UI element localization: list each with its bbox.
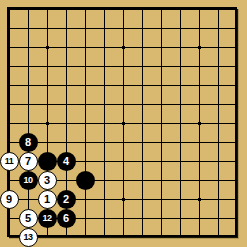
intersection[interactable] bbox=[228, 171, 247, 190]
intersection[interactable] bbox=[57, 76, 76, 95]
intersection[interactable] bbox=[209, 228, 228, 247]
stone-black[interactable] bbox=[38, 152, 57, 171]
intersection[interactable] bbox=[171, 95, 190, 114]
intersection[interactable] bbox=[133, 190, 152, 209]
intersection[interactable] bbox=[0, 19, 19, 38]
intersection[interactable] bbox=[38, 76, 57, 95]
intersection[interactable] bbox=[95, 171, 114, 190]
stone-number: 11 bbox=[5, 157, 14, 166]
stone-black[interactable]: 6 bbox=[57, 209, 76, 228]
intersection[interactable] bbox=[190, 57, 209, 76]
intersection[interactable] bbox=[228, 0, 247, 19]
intersection[interactable] bbox=[228, 228, 247, 247]
intersection[interactable] bbox=[171, 38, 190, 57]
intersection[interactable] bbox=[171, 76, 190, 95]
intersection[interactable] bbox=[152, 19, 171, 38]
intersection[interactable] bbox=[19, 190, 38, 209]
stone-number: 7 bbox=[25, 156, 31, 167]
intersection[interactable] bbox=[190, 95, 209, 114]
intersection[interactable] bbox=[95, 0, 114, 19]
intersection[interactable] bbox=[209, 19, 228, 38]
intersection[interactable] bbox=[209, 0, 228, 19]
intersection[interactable] bbox=[190, 228, 209, 247]
intersection[interactable] bbox=[171, 57, 190, 76]
intersection[interactable] bbox=[209, 152, 228, 171]
intersection[interactable] bbox=[209, 76, 228, 95]
intersection[interactable] bbox=[95, 209, 114, 228]
stone-number: 4 bbox=[63, 156, 69, 167]
intersection[interactable] bbox=[133, 228, 152, 247]
star-point bbox=[46, 46, 49, 49]
intersection[interactable] bbox=[19, 114, 38, 133]
intersection[interactable] bbox=[19, 95, 38, 114]
intersection[interactable] bbox=[171, 114, 190, 133]
intersection[interactable] bbox=[190, 209, 209, 228]
intersection[interactable] bbox=[190, 133, 209, 152]
intersection[interactable] bbox=[57, 228, 76, 247]
intersection[interactable] bbox=[171, 19, 190, 38]
intersection[interactable] bbox=[133, 0, 152, 19]
intersection[interactable] bbox=[133, 95, 152, 114]
intersection[interactable] bbox=[114, 19, 133, 38]
intersection[interactable] bbox=[95, 152, 114, 171]
intersection[interactable] bbox=[133, 19, 152, 38]
intersection[interactable] bbox=[38, 228, 57, 247]
intersection[interactable] bbox=[152, 0, 171, 19]
intersection[interactable] bbox=[76, 152, 95, 171]
intersection[interactable] bbox=[228, 152, 247, 171]
intersection[interactable] bbox=[0, 209, 19, 228]
intersection[interactable] bbox=[114, 0, 133, 19]
intersection[interactable] bbox=[133, 171, 152, 190]
intersection[interactable] bbox=[190, 152, 209, 171]
intersection[interactable] bbox=[76, 209, 95, 228]
star-point bbox=[122, 46, 125, 49]
intersection[interactable] bbox=[57, 95, 76, 114]
intersection[interactable] bbox=[209, 190, 228, 209]
intersection[interactable] bbox=[0, 228, 19, 247]
intersection[interactable] bbox=[228, 209, 247, 228]
stone-white[interactable]: 7 bbox=[19, 152, 38, 171]
intersection[interactable] bbox=[76, 76, 95, 95]
intersection[interactable] bbox=[228, 19, 247, 38]
intersection[interactable] bbox=[190, 0, 209, 19]
stone-number: 1 bbox=[44, 194, 50, 205]
stone-black[interactable]: 8 bbox=[19, 133, 38, 152]
intersection[interactable] bbox=[171, 228, 190, 247]
intersection[interactable] bbox=[76, 19, 95, 38]
intersection[interactable] bbox=[38, 95, 57, 114]
intersection[interactable] bbox=[152, 57, 171, 76]
intersection[interactable] bbox=[133, 57, 152, 76]
intersection[interactable] bbox=[152, 95, 171, 114]
intersection[interactable] bbox=[152, 209, 171, 228]
intersection[interactable] bbox=[171, 0, 190, 19]
intersection[interactable] bbox=[76, 0, 95, 19]
intersection[interactable] bbox=[114, 95, 133, 114]
intersection[interactable] bbox=[114, 209, 133, 228]
intersection[interactable] bbox=[19, 38, 38, 57]
stone-number: 8 bbox=[25, 137, 31, 148]
stone-number: 10 bbox=[23, 176, 32, 185]
intersection[interactable] bbox=[57, 133, 76, 152]
intersection[interactable] bbox=[228, 114, 247, 133]
intersection[interactable] bbox=[228, 76, 247, 95]
intersection[interactable] bbox=[190, 19, 209, 38]
intersection[interactable] bbox=[76, 133, 95, 152]
intersection[interactable] bbox=[171, 209, 190, 228]
intersection[interactable] bbox=[133, 133, 152, 152]
intersection[interactable] bbox=[152, 38, 171, 57]
intersection[interactable] bbox=[228, 95, 247, 114]
intersection[interactable] bbox=[152, 133, 171, 152]
intersection[interactable] bbox=[190, 171, 209, 190]
intersection[interactable] bbox=[133, 76, 152, 95]
intersection[interactable] bbox=[19, 0, 38, 19]
intersection[interactable] bbox=[57, 171, 76, 190]
intersection[interactable] bbox=[0, 57, 19, 76]
intersection[interactable] bbox=[76, 228, 95, 247]
intersection[interactable] bbox=[0, 0, 19, 19]
intersection[interactable] bbox=[95, 95, 114, 114]
stone-white[interactable]: 5 bbox=[19, 209, 38, 228]
intersection[interactable] bbox=[114, 57, 133, 76]
stone-white[interactable]: 13 bbox=[19, 228, 38, 247]
star-point bbox=[198, 46, 201, 49]
intersection[interactable] bbox=[0, 114, 19, 133]
intersection[interactable] bbox=[171, 152, 190, 171]
intersection[interactable] bbox=[133, 38, 152, 57]
intersection[interactable] bbox=[95, 190, 114, 209]
intersection[interactable] bbox=[0, 76, 19, 95]
stone-number: 12 bbox=[42, 214, 51, 223]
intersection[interactable] bbox=[38, 57, 57, 76]
intersection[interactable] bbox=[38, 0, 57, 19]
intersection[interactable] bbox=[57, 114, 76, 133]
intersection[interactable] bbox=[114, 152, 133, 171]
stone-black[interactable]: 2 bbox=[57, 190, 76, 209]
intersection[interactable] bbox=[19, 76, 38, 95]
star-point bbox=[198, 122, 201, 125]
intersection[interactable] bbox=[57, 57, 76, 76]
intersection[interactable] bbox=[152, 171, 171, 190]
intersection[interactable] bbox=[228, 38, 247, 57]
stone-number: 2 bbox=[63, 194, 69, 205]
intersection[interactable] bbox=[19, 57, 38, 76]
intersection[interactable] bbox=[76, 57, 95, 76]
intersection[interactable] bbox=[19, 19, 38, 38]
intersection[interactable] bbox=[95, 76, 114, 95]
intersection[interactable] bbox=[209, 209, 228, 228]
intersection[interactable] bbox=[38, 133, 57, 152]
intersection[interactable] bbox=[0, 38, 19, 57]
intersection[interactable] bbox=[171, 133, 190, 152]
intersection[interactable] bbox=[114, 171, 133, 190]
stone-white[interactable]: 1 bbox=[38, 190, 57, 209]
intersection[interactable] bbox=[38, 19, 57, 38]
star-point bbox=[122, 198, 125, 201]
intersection[interactable] bbox=[95, 133, 114, 152]
intersection[interactable] bbox=[95, 114, 114, 133]
stone-number: 5 bbox=[25, 213, 31, 224]
intersection[interactable] bbox=[209, 133, 228, 152]
stone-black[interactable]: 10 bbox=[19, 171, 38, 190]
star-point bbox=[122, 122, 125, 125]
intersection[interactable] bbox=[57, 0, 76, 19]
intersection[interactable] bbox=[152, 152, 171, 171]
intersection[interactable] bbox=[95, 19, 114, 38]
intersection[interactable] bbox=[209, 95, 228, 114]
intersection[interactable] bbox=[228, 133, 247, 152]
star-point bbox=[46, 122, 49, 125]
intersection[interactable] bbox=[114, 76, 133, 95]
intersection[interactable] bbox=[76, 95, 95, 114]
intersection[interactable] bbox=[228, 190, 247, 209]
stone-number: 3 bbox=[44, 175, 50, 186]
stone-black[interactable] bbox=[76, 171, 95, 190]
intersection[interactable] bbox=[0, 133, 19, 152]
go-board-diagram: 12345678910111213 bbox=[0, 0, 247, 247]
intersection[interactable] bbox=[114, 228, 133, 247]
stone-black[interactable]: 12 bbox=[38, 209, 57, 228]
stone-black[interactable]: 4 bbox=[57, 152, 76, 171]
star-point bbox=[198, 198, 201, 201]
intersection[interactable] bbox=[190, 76, 209, 95]
intersection[interactable] bbox=[152, 190, 171, 209]
intersection[interactable] bbox=[95, 228, 114, 247]
stone-number: 13 bbox=[23, 233, 32, 242]
intersection[interactable] bbox=[209, 57, 228, 76]
intersection[interactable] bbox=[76, 38, 95, 57]
stone-white[interactable]: 3 bbox=[38, 171, 57, 190]
intersection[interactable] bbox=[57, 19, 76, 38]
intersection[interactable] bbox=[95, 38, 114, 57]
stone-number: 9 bbox=[6, 194, 12, 205]
intersection[interactable] bbox=[133, 114, 152, 133]
intersection[interactable] bbox=[152, 114, 171, 133]
intersection[interactable] bbox=[57, 38, 76, 57]
intersection[interactable] bbox=[171, 171, 190, 190]
stone-number: 6 bbox=[63, 213, 69, 224]
stone-white[interactable]: 11 bbox=[0, 152, 19, 171]
intersection[interactable] bbox=[76, 190, 95, 209]
intersection[interactable] bbox=[133, 152, 152, 171]
intersection[interactable] bbox=[133, 209, 152, 228]
intersection[interactable] bbox=[152, 228, 171, 247]
intersection[interactable] bbox=[228, 57, 247, 76]
intersection[interactable] bbox=[209, 171, 228, 190]
intersection[interactable] bbox=[0, 95, 19, 114]
intersection[interactable] bbox=[76, 114, 95, 133]
intersection[interactable] bbox=[171, 190, 190, 209]
intersection[interactable] bbox=[114, 133, 133, 152]
stone-white[interactable]: 9 bbox=[0, 190, 19, 209]
intersection[interactable] bbox=[209, 38, 228, 57]
intersection[interactable] bbox=[152, 76, 171, 95]
intersection[interactable] bbox=[0, 171, 19, 190]
intersection[interactable] bbox=[95, 57, 114, 76]
intersection[interactable] bbox=[209, 114, 228, 133]
